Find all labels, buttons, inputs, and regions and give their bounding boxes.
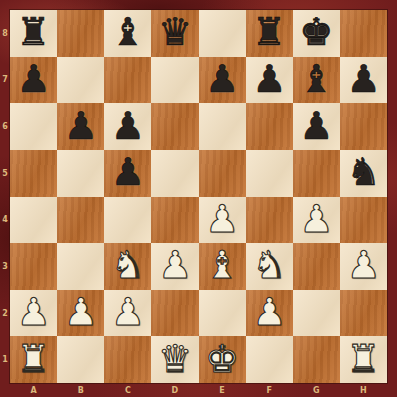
black-queen-piece: ♛	[158, 13, 192, 51]
square-c3[interactable]: ♞	[104, 243, 151, 290]
board-frame: 87654321 ♜♝♛♜♚♟♟♟♝♟♟♟♟♟♞♟♟♞♟♝♞♟♟♟♟♟♜♛♚♜ …	[0, 0, 397, 397]
file-label-f: F	[246, 383, 293, 397]
rank-label-7: 7	[0, 57, 10, 104]
black-rook-piece: ♜	[17, 13, 51, 51]
square-h8[interactable]	[340, 10, 387, 57]
rank-label-6: 6	[0, 103, 10, 150]
square-b5[interactable]	[57, 150, 104, 197]
square-a6[interactable]	[10, 103, 57, 150]
white-king-piece: ♚	[205, 340, 239, 378]
square-b2[interactable]: ♟	[57, 290, 104, 337]
square-g8[interactable]: ♚	[293, 10, 340, 57]
square-a7[interactable]: ♟	[10, 57, 57, 104]
rank-label-4: 4	[0, 197, 10, 244]
black-pawn-piece: ♟	[64, 107, 98, 145]
square-d6[interactable]	[151, 103, 198, 150]
white-pawn-piece: ♟	[252, 293, 286, 331]
square-a2[interactable]: ♟	[10, 290, 57, 337]
file-label-h: H	[340, 383, 387, 397]
rank-label-2: 2	[0, 290, 10, 337]
square-a3[interactable]	[10, 243, 57, 290]
square-h2[interactable]	[340, 290, 387, 337]
square-e6[interactable]	[199, 103, 246, 150]
white-rook-piece: ♜	[17, 340, 51, 378]
square-f4[interactable]	[246, 197, 293, 244]
square-c4[interactable]	[104, 197, 151, 244]
rank-label-3: 3	[0, 243, 10, 290]
square-f3[interactable]: ♞	[246, 243, 293, 290]
black-bishop-piece: ♝	[299, 60, 333, 98]
square-g3[interactable]	[293, 243, 340, 290]
square-d4[interactable]	[151, 197, 198, 244]
rank-labels: 87654321	[0, 10, 10, 383]
black-bishop-piece: ♝	[111, 13, 145, 51]
black-rook-piece: ♜	[252, 13, 286, 51]
file-label-d: D	[151, 383, 198, 397]
rank-label-8: 8	[0, 10, 10, 57]
file-label-a: A	[10, 383, 57, 397]
black-pawn-piece: ♟	[299, 107, 333, 145]
black-pawn-piece: ♟	[111, 153, 145, 191]
black-pawn-piece: ♟	[111, 107, 145, 145]
square-b3[interactable]	[57, 243, 104, 290]
file-label-b: B	[57, 383, 104, 397]
square-c6[interactable]: ♟	[104, 103, 151, 150]
white-knight-piece: ♞	[252, 246, 286, 284]
white-pawn-piece: ♟	[205, 200, 239, 238]
square-g2[interactable]	[293, 290, 340, 337]
square-e3[interactable]: ♝	[199, 243, 246, 290]
square-g7[interactable]: ♝	[293, 57, 340, 104]
square-f2[interactable]: ♟	[246, 290, 293, 337]
black-pawn-piece: ♟	[205, 60, 239, 98]
file-label-g: G	[293, 383, 340, 397]
file-labels: ABCDEFGH	[10, 383, 387, 397]
square-c5[interactable]: ♟	[104, 150, 151, 197]
white-pawn-piece: ♟	[346, 246, 380, 284]
square-d3[interactable]: ♟	[151, 243, 198, 290]
black-pawn-piece: ♟	[252, 60, 286, 98]
square-d5[interactable]	[151, 150, 198, 197]
square-f6[interactable]	[246, 103, 293, 150]
white-pawn-piece: ♟	[111, 293, 145, 331]
square-b8[interactable]	[57, 10, 104, 57]
square-e8[interactable]	[199, 10, 246, 57]
white-knight-piece: ♞	[111, 246, 145, 284]
square-b6[interactable]: ♟	[57, 103, 104, 150]
white-rook-piece: ♜	[346, 340, 380, 378]
square-g1[interactable]	[293, 336, 340, 383]
file-label-e: E	[199, 383, 246, 397]
square-h1[interactable]: ♜	[340, 336, 387, 383]
square-d2[interactable]	[151, 290, 198, 337]
square-f7[interactable]: ♟	[246, 57, 293, 104]
rank-label-5: 5	[0, 150, 10, 197]
square-b7[interactable]	[57, 57, 104, 104]
square-d1[interactable]: ♛	[151, 336, 198, 383]
black-knight-piece: ♞	[346, 153, 380, 191]
square-h4[interactable]	[340, 197, 387, 244]
white-pawn-piece: ♟	[64, 293, 98, 331]
white-bishop-piece: ♝	[205, 246, 239, 284]
square-b4[interactable]	[57, 197, 104, 244]
white-pawn-piece: ♟	[158, 246, 192, 284]
white-queen-piece: ♛	[158, 340, 192, 378]
square-e5[interactable]	[199, 150, 246, 197]
rank-label-1: 1	[0, 336, 10, 383]
square-c2[interactable]: ♟	[104, 290, 151, 337]
square-f8[interactable]: ♜	[246, 10, 293, 57]
square-h3[interactable]: ♟	[340, 243, 387, 290]
square-e1[interactable]: ♚	[199, 336, 246, 383]
square-a5[interactable]	[10, 150, 57, 197]
file-label-c: C	[104, 383, 151, 397]
square-g6[interactable]: ♟	[293, 103, 340, 150]
square-c7[interactable]	[104, 57, 151, 104]
square-a1[interactable]: ♜	[10, 336, 57, 383]
black-pawn-piece: ♟	[346, 60, 380, 98]
square-h5[interactable]: ♞	[340, 150, 387, 197]
square-e4[interactable]: ♟	[199, 197, 246, 244]
square-a8[interactable]: ♜	[10, 10, 57, 57]
square-d7[interactable]	[151, 57, 198, 104]
square-e2[interactable]	[199, 290, 246, 337]
white-pawn-piece: ♟	[17, 293, 51, 331]
chess-board: ♜♝♛♜♚♟♟♟♝♟♟♟♟♟♞♟♟♞♟♝♞♟♟♟♟♟♜♛♚♜	[10, 10, 387, 383]
square-c1[interactable]	[104, 336, 151, 383]
square-e7[interactable]: ♟	[199, 57, 246, 104]
square-a4[interactable]	[10, 197, 57, 244]
square-g4[interactable]: ♟	[293, 197, 340, 244]
square-h7[interactable]: ♟	[340, 57, 387, 104]
black-king-piece: ♚	[299, 13, 333, 51]
square-b1[interactable]	[57, 336, 104, 383]
black-pawn-piece: ♟	[17, 60, 51, 98]
square-c8[interactable]: ♝	[104, 10, 151, 57]
square-g5[interactable]	[293, 150, 340, 197]
square-f1[interactable]	[246, 336, 293, 383]
square-f5[interactable]	[246, 150, 293, 197]
white-pawn-piece: ♟	[299, 200, 333, 238]
square-h6[interactable]	[340, 103, 387, 150]
square-d8[interactable]: ♛	[151, 10, 198, 57]
